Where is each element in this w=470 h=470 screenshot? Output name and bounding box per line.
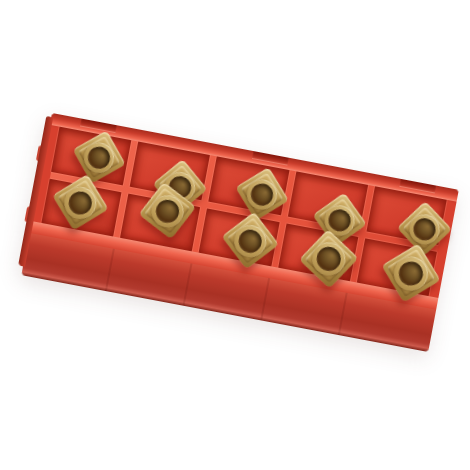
carbide-insert [299, 229, 358, 288]
mould-seam [260, 278, 270, 321]
mould-seam [338, 293, 348, 336]
carbide-insert [52, 174, 108, 230]
carbide-insert [221, 211, 278, 268]
mould-seam [105, 249, 115, 292]
carbide-insert [381, 243, 440, 302]
carbide-insert [72, 130, 125, 183]
insert-box [21, 113, 458, 352]
mould-seam [183, 263, 193, 306]
carbide-insert [235, 167, 289, 221]
product-photo [0, 0, 470, 470]
carbide-insert [397, 201, 452, 256]
